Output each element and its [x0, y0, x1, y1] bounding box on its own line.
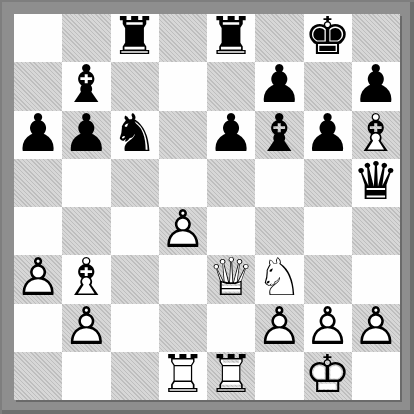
piece-black-queen: ♛	[352, 159, 400, 207]
square-g6[interactable]: ♟	[304, 111, 352, 159]
square-a5[interactable]	[14, 159, 62, 207]
board-frame: ♜♜♚♝♟♟♟♟♞♟♝♟♝♗♛♟♙♟♙♝♗♛♕♞♘♟♙♟♙♟♙♟♙♜♖♜♖♚♔	[0, 0, 414, 414]
square-d3[interactable]	[159, 255, 207, 303]
square-a8[interactable]	[14, 14, 62, 62]
piece-white-pawn: ♟♙	[62, 304, 110, 352]
square-d1[interactable]: ♜♖	[159, 352, 207, 400]
square-b1[interactable]	[62, 352, 110, 400]
piece-white-pawn: ♟♙	[14, 255, 62, 303]
square-f2[interactable]: ♟♙	[255, 304, 303, 352]
square-c2[interactable]	[111, 304, 159, 352]
square-g1[interactable]: ♚♔	[304, 352, 352, 400]
piece-black-bishop: ♝	[255, 111, 303, 159]
square-b2[interactable]: ♟♙	[62, 304, 110, 352]
square-g4[interactable]	[304, 207, 352, 255]
square-e1[interactable]: ♜♖	[207, 352, 255, 400]
square-a1[interactable]	[14, 352, 62, 400]
piece-black-pawn: ♟	[304, 111, 352, 159]
square-h4[interactable]	[352, 207, 400, 255]
piece-black-pawn: ♟	[207, 111, 255, 159]
square-b5[interactable]	[62, 159, 110, 207]
piece-white-king: ♚♔	[304, 352, 352, 400]
square-c8[interactable]: ♜	[111, 14, 159, 62]
square-c4[interactable]	[111, 207, 159, 255]
square-f1[interactable]	[255, 352, 303, 400]
square-e5[interactable]	[207, 159, 255, 207]
square-c6[interactable]: ♞	[111, 111, 159, 159]
piece-black-rook: ♜	[111, 14, 159, 62]
square-f5[interactable]	[255, 159, 303, 207]
square-b6[interactable]: ♟	[62, 111, 110, 159]
piece-black-pawn: ♟	[14, 111, 62, 159]
piece-white-pawn: ♟♙	[159, 207, 207, 255]
square-c3[interactable]	[111, 255, 159, 303]
square-a3[interactable]: ♟♙	[14, 255, 62, 303]
piece-white-queen: ♛♕	[207, 255, 255, 303]
piece-white-rook: ♜♖	[159, 352, 207, 400]
piece-black-pawn: ♟	[62, 111, 110, 159]
square-h2[interactable]: ♟♙	[352, 304, 400, 352]
chess-board: ♜♜♚♝♟♟♟♟♞♟♝♟♝♗♛♟♙♟♙♝♗♛♕♞♘♟♙♟♙♟♙♟♙♜♖♜♖♚♔	[14, 14, 400, 400]
square-d4[interactable]: ♟♙	[159, 207, 207, 255]
square-d6[interactable]	[159, 111, 207, 159]
square-h1[interactable]	[352, 352, 400, 400]
square-e6[interactable]: ♟	[207, 111, 255, 159]
square-g8[interactable]: ♚	[304, 14, 352, 62]
square-c5[interactable]	[111, 159, 159, 207]
piece-white-pawn: ♟♙	[352, 304, 400, 352]
square-h5[interactable]: ♛	[352, 159, 400, 207]
square-e8[interactable]: ♜	[207, 14, 255, 62]
piece-white-pawn: ♟♙	[255, 304, 303, 352]
square-c1[interactable]	[111, 352, 159, 400]
piece-white-rook: ♜♖	[207, 352, 255, 400]
piece-black-knight: ♞	[111, 111, 159, 159]
piece-black-king: ♚	[304, 14, 352, 62]
square-d7[interactable]	[159, 62, 207, 110]
square-d8[interactable]	[159, 14, 207, 62]
square-g5[interactable]	[304, 159, 352, 207]
square-e3[interactable]: ♛♕	[207, 255, 255, 303]
square-f6[interactable]: ♝	[255, 111, 303, 159]
piece-black-rook: ♜	[207, 14, 255, 62]
square-a6[interactable]: ♟	[14, 111, 62, 159]
square-a2[interactable]	[14, 304, 62, 352]
